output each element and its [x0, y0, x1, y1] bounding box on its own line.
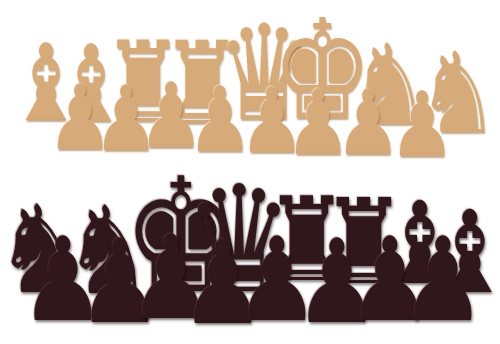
reflection-chess-piece-dark-pawn: ♟: [400, 302, 485, 344]
chess-set-product-photo: ♝♝♝♝♜♜♜♜♛♛♚♚♞♞♞♞♟♟♟♟♟♟♟♟♟♟♟♟♟♟♟♟ ♞♞♞♞♚♚♛…: [0, 0, 500, 344]
dark-piece-set: ♞♞♞♞♚♚♛♛♜♜♜♜♝♝♝♝♟♟♟♟♟♟♟♟♟♟♟♟♟♟♟♟: [0, 0, 500, 344]
